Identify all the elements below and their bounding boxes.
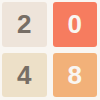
tile-8: 8 (53, 53, 98, 98)
tile-0: 0 (53, 2, 98, 47)
game-board-2048[interactable]: 2 0 4 8 (0, 0, 100, 100)
tile-2: 2 (2, 2, 47, 47)
tile-4: 4 (2, 53, 47, 98)
